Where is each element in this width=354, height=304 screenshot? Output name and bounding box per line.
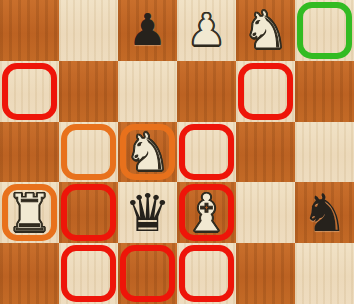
square-r4c1[interactable] [59, 243, 118, 304]
red-highlight-ring [61, 184, 116, 241]
square-r0c3[interactable]: ♟ [177, 0, 236, 61]
square-r2c4[interactable] [236, 122, 295, 183]
green-highlight-ring [297, 2, 352, 59]
square-r3c2[interactable]: ♛ [118, 182, 177, 243]
square-r2c3[interactable] [177, 122, 236, 183]
orange-highlight-ring [61, 124, 116, 181]
square-r4c5[interactable] [295, 243, 354, 304]
square-r0c5[interactable] [295, 0, 354, 61]
square-r3c0[interactable]: ♜ [0, 182, 59, 243]
chess-app-window: ♟♟♞♞♜♛♝♞ [0, 0, 354, 304]
black-pawn-piece[interactable]: ♟ [128, 8, 167, 52]
white-knight-piece[interactable]: ♞ [242, 4, 289, 56]
square-r2c0[interactable] [0, 122, 59, 183]
square-r2c5[interactable] [295, 122, 354, 183]
square-r1c2[interactable] [118, 61, 177, 122]
red-highlight-ring [61, 245, 116, 302]
square-r4c3[interactable] [177, 243, 236, 304]
red-highlight-ring [2, 63, 57, 120]
square-r3c3[interactable]: ♝ [177, 182, 236, 243]
square-r1c4[interactable] [236, 61, 295, 122]
black-knight-piece[interactable]: ♞ [301, 187, 348, 239]
red-highlight-ring [179, 124, 234, 181]
square-r1c5[interactable] [295, 61, 354, 122]
square-r3c5[interactable]: ♞ [295, 182, 354, 243]
square-r1c1[interactable] [59, 61, 118, 122]
square-r0c1[interactable] [59, 0, 118, 61]
square-r1c3[interactable] [177, 61, 236, 122]
white-rook-piece[interactable]: ♜ [6, 187, 53, 239]
white-knight-piece[interactable]: ♞ [124, 126, 171, 178]
square-r3c4[interactable] [236, 182, 295, 243]
square-r3c1[interactable] [59, 182, 118, 243]
square-r2c1[interactable] [59, 122, 118, 183]
square-r0c0[interactable] [0, 0, 59, 61]
chess-board: ♟♟♞♞♜♛♝♞ [0, 0, 354, 304]
white-bishop-piece[interactable]: ♝ [183, 187, 230, 239]
square-r0c2[interactable]: ♟ [118, 0, 177, 61]
square-r4c0[interactable] [0, 243, 59, 304]
square-r4c2[interactable] [118, 243, 177, 304]
red-highlight-ring [120, 245, 175, 302]
black-queen-piece[interactable]: ♛ [124, 187, 171, 239]
square-r4c4[interactable] [236, 243, 295, 304]
square-r0c4[interactable]: ♞ [236, 0, 295, 61]
white-pawn-piece[interactable]: ♟ [187, 8, 226, 52]
red-highlight-ring [238, 63, 293, 120]
square-r1c0[interactable] [0, 61, 59, 122]
square-r2c2[interactable]: ♞ [118, 122, 177, 183]
red-highlight-ring [179, 245, 234, 302]
